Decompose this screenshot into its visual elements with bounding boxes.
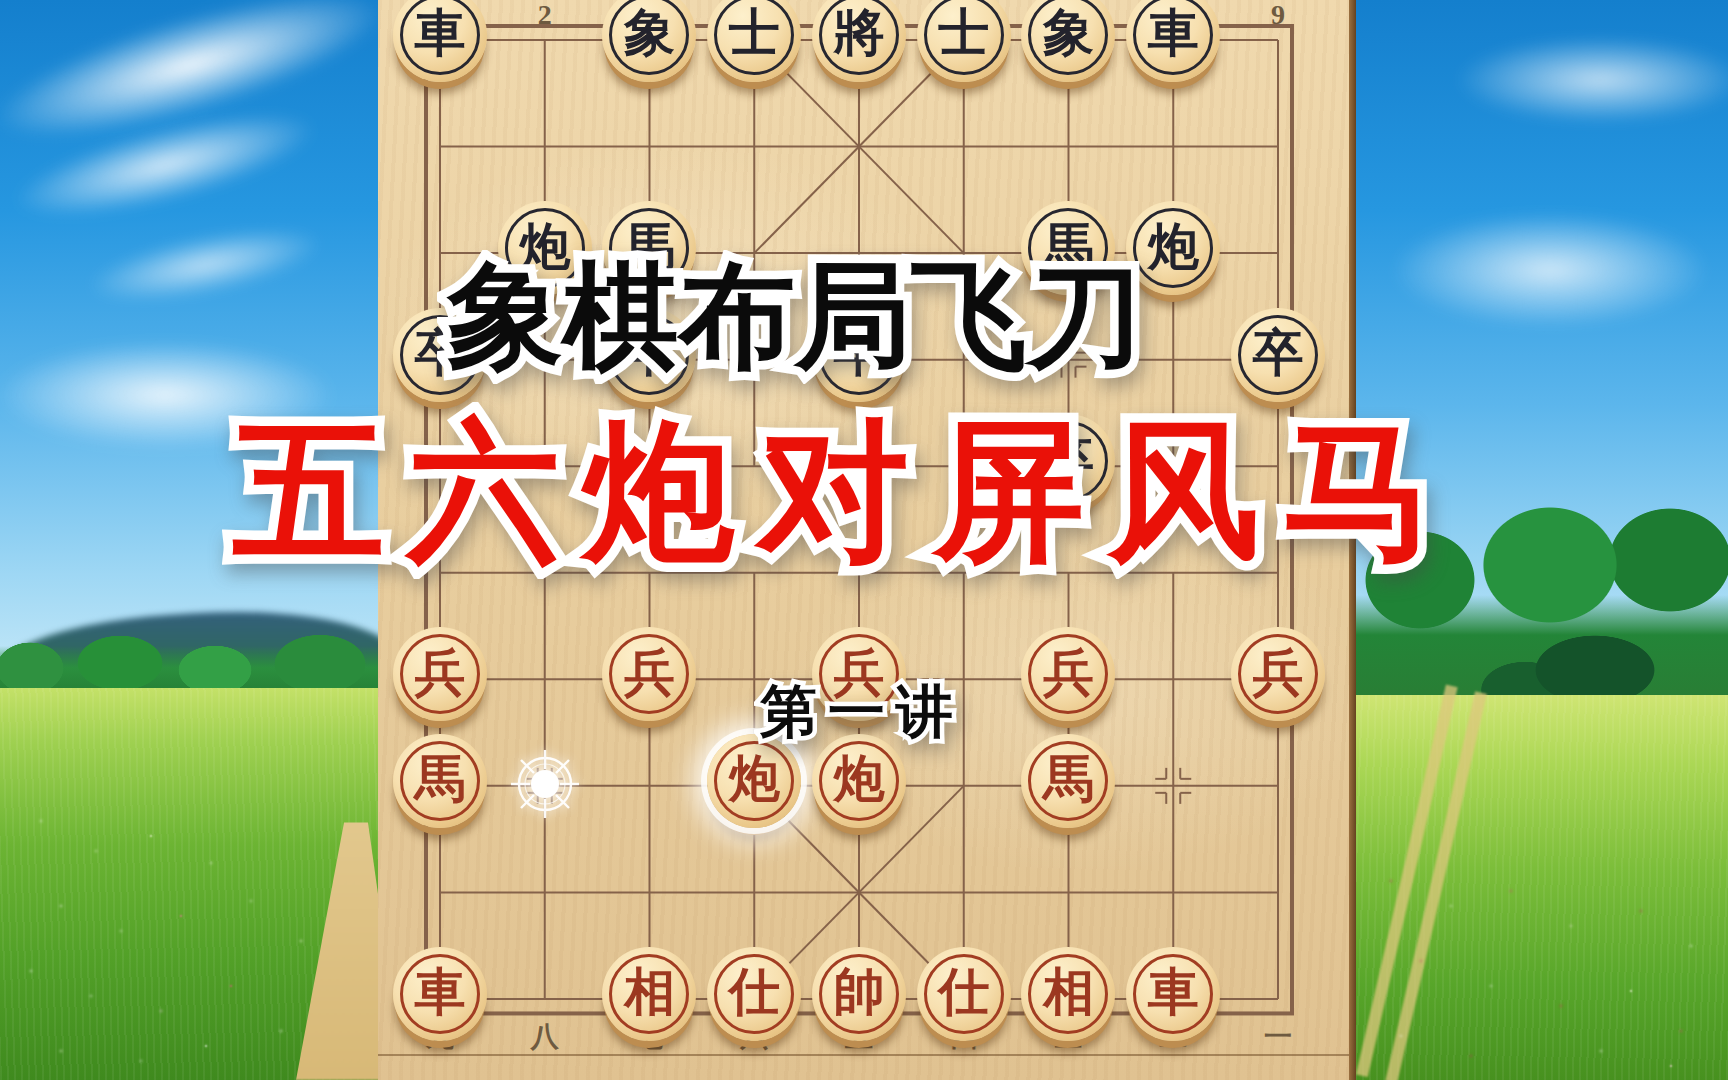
piece-red-elephant[interactable]: 相: [602, 947, 696, 1041]
piece-character: 相: [624, 966, 675, 1017]
piece-red-chariot[interactable]: 車: [1126, 947, 1220, 1041]
piece-red-elephant[interactable]: 相: [1021, 947, 1115, 1041]
piece-character: 兵: [1043, 647, 1094, 698]
piece-red-cannon[interactable]: 炮: [812, 734, 906, 828]
piece-black-chariot[interactable]: 車: [393, 0, 487, 82]
piece-red-advisor[interactable]: 仕: [707, 947, 801, 1041]
piece-character: 仕: [729, 966, 780, 1017]
piece-black-elephant[interactable]: 象: [602, 0, 696, 82]
piece-character: 卒: [1252, 327, 1303, 378]
piece-character: 帥: [833, 966, 884, 1017]
piece-red-soldier[interactable]: 兵: [393, 627, 487, 721]
title-line-2: 五六炮对屏风马: [233, 412, 1458, 572]
piece-red-general[interactable]: 帥: [812, 947, 906, 1041]
piece-character: 兵: [624, 647, 675, 698]
piece-character: 馬: [1043, 753, 1094, 804]
piece-red-soldier[interactable]: 兵: [1021, 627, 1115, 721]
piece-character: 兵: [1252, 647, 1303, 698]
piece-black-chariot[interactable]: 車: [1126, 0, 1220, 82]
piece-red-soldier[interactable]: 兵: [602, 627, 696, 721]
piece-red-chariot[interactable]: 車: [393, 947, 487, 1041]
title-line-1: 象棋布局飞刀: [447, 256, 1143, 378]
piece-character: 士: [729, 7, 780, 58]
piece-red-soldier[interactable]: 兵: [1231, 627, 1325, 721]
piece-character: 仕: [938, 966, 989, 1017]
piece-character: 炮: [833, 753, 884, 804]
wildflowers-left: [0, 0, 2, 2]
piece-red-horse[interactable]: 馬: [1021, 734, 1115, 828]
piece-black-elephant[interactable]: 象: [1021, 0, 1115, 82]
piece-character: 馬: [414, 753, 465, 804]
piece-character: 炮: [729, 753, 780, 804]
video-frame: 123456789九八七六五四三二一 車象士將士象車炮馬馬炮卒卒卒卒卒兵兵兵兵兵…: [0, 0, 1728, 1080]
piece-character: 士: [938, 7, 989, 58]
piece-character: 將: [833, 7, 884, 58]
piece-character: 車: [1148, 966, 1199, 1017]
piece-black-soldier[interactable]: 卒: [1231, 308, 1325, 402]
piece-character: 車: [1148, 7, 1199, 58]
piece-red-cannon[interactable]: 炮: [707, 734, 801, 828]
piece-character: 車: [414, 7, 465, 58]
title-line-3: 第一讲: [760, 682, 964, 742]
piece-character: 象: [624, 7, 675, 58]
piece-black-advisor[interactable]: 士: [707, 0, 801, 82]
piece-black-general[interactable]: 將: [812, 0, 906, 82]
piece-character: 兵: [414, 647, 465, 698]
piece-black-advisor[interactable]: 士: [917, 0, 1011, 82]
piece-character: 車: [414, 966, 465, 1017]
piece-red-horse[interactable]: 馬: [393, 734, 487, 828]
piece-character: 炮: [1148, 221, 1199, 272]
piece-character: 相: [1043, 966, 1094, 1017]
piece-character: 象: [1043, 7, 1094, 58]
piece-red-advisor[interactable]: 仕: [917, 947, 1011, 1041]
